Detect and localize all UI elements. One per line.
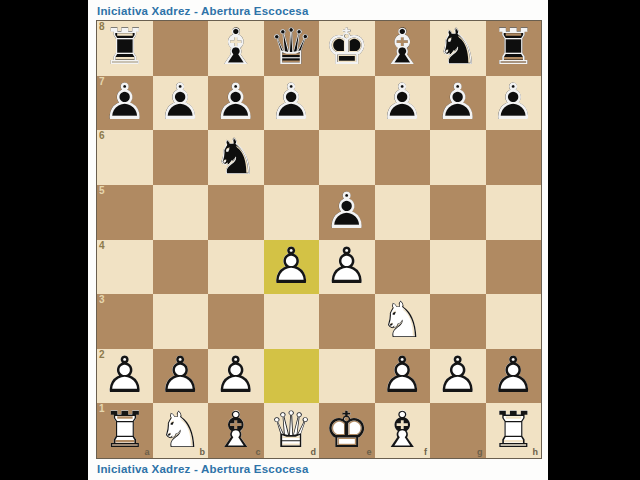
square-d3[interactable] xyxy=(264,294,320,349)
square-f1[interactable]: f♝♗ xyxy=(375,403,431,458)
square-h8[interactable]: ♜♖ xyxy=(486,21,542,76)
black-pawn: ♟♙ xyxy=(375,76,431,131)
square-e2[interactable] xyxy=(319,349,375,404)
square-h2[interactable]: ♟♙ xyxy=(486,349,542,404)
square-f6[interactable] xyxy=(375,130,431,185)
white-rook: ♜♖ xyxy=(97,403,153,458)
black-pawn: ♟♙ xyxy=(208,76,264,131)
square-c2[interactable]: ♟♙ xyxy=(208,349,264,404)
square-e4[interactable]: ♟♙ xyxy=(319,240,375,295)
square-c7[interactable]: ♟♙ xyxy=(208,76,264,131)
square-d1[interactable]: d♛♕ xyxy=(264,403,320,458)
square-g4[interactable] xyxy=(430,240,486,295)
page-title-bottom[interactable]: Iniciativa Xadrez - Abertura Escocesa xyxy=(88,459,548,478)
rank-label-4: 4 xyxy=(99,240,105,252)
square-a5[interactable]: 5 xyxy=(97,185,153,240)
square-c1[interactable]: c♝♗ xyxy=(208,403,264,458)
square-f3[interactable]: ♞♘ xyxy=(375,294,431,349)
black-bishop: ♝♗ xyxy=(208,21,264,76)
square-d5[interactable] xyxy=(264,185,320,240)
white-pawn: ♟♙ xyxy=(153,349,209,404)
square-a2[interactable]: 2♟♙ xyxy=(97,349,153,404)
square-g7[interactable]: ♟♙ xyxy=(430,76,486,131)
square-f7[interactable]: ♟♙ xyxy=(375,76,431,131)
square-g8[interactable]: ♞♘ xyxy=(430,21,486,76)
square-e8[interactable]: ♚♔ xyxy=(319,21,375,76)
square-e5[interactable]: ♟♙ xyxy=(319,185,375,240)
black-pawn: ♟♙ xyxy=(153,76,209,131)
square-c3[interactable] xyxy=(208,294,264,349)
square-h1[interactable]: h♜♖ xyxy=(486,403,542,458)
square-h5[interactable] xyxy=(486,185,542,240)
square-h6[interactable] xyxy=(486,130,542,185)
square-a7[interactable]: 7♟♙ xyxy=(97,76,153,131)
black-rook: ♜♖ xyxy=(486,21,542,76)
square-e7[interactable] xyxy=(319,76,375,131)
square-d7[interactable]: ♟♙ xyxy=(264,76,320,131)
square-d2[interactable] xyxy=(264,349,320,404)
square-e6[interactable] xyxy=(319,130,375,185)
square-d6[interactable] xyxy=(264,130,320,185)
square-b2[interactable]: ♟♙ xyxy=(153,349,209,404)
square-b7[interactable]: ♟♙ xyxy=(153,76,209,131)
black-knight: ♞♘ xyxy=(430,21,486,76)
rank-label-3: 3 xyxy=(99,294,105,306)
square-g5[interactable] xyxy=(430,185,486,240)
black-pawn: ♟♙ xyxy=(486,76,542,131)
white-bishop: ♝♗ xyxy=(208,403,264,458)
square-e3[interactable] xyxy=(319,294,375,349)
square-g1[interactable]: g xyxy=(430,403,486,458)
black-queen: ♛♕ xyxy=(264,21,320,76)
black-rook: ♜♖ xyxy=(97,21,153,76)
square-e1[interactable]: e♚♔ xyxy=(319,403,375,458)
square-b8[interactable] xyxy=(153,21,209,76)
black-pawn: ♟♙ xyxy=(97,76,153,131)
square-a1[interactable]: 1a♜♖ xyxy=(97,403,153,458)
square-a8[interactable]: 8♜♖ xyxy=(97,21,153,76)
square-d4[interactable]: ♟♙ xyxy=(264,240,320,295)
white-pawn: ♟♙ xyxy=(430,349,486,404)
square-h7[interactable]: ♟♙ xyxy=(486,76,542,131)
square-b4[interactable] xyxy=(153,240,209,295)
square-a4[interactable]: 4 xyxy=(97,240,153,295)
square-f5[interactable] xyxy=(375,185,431,240)
square-g3[interactable] xyxy=(430,294,486,349)
black-bishop: ♝♗ xyxy=(375,21,431,76)
white-queen: ♛♕ xyxy=(264,403,320,458)
white-pawn: ♟♙ xyxy=(208,349,264,404)
letterbox-left xyxy=(0,0,88,480)
square-c6[interactable]: ♞♘ xyxy=(208,130,264,185)
square-b1[interactable]: b♞♘ xyxy=(153,403,209,458)
square-d8[interactable]: ♛♕ xyxy=(264,21,320,76)
white-pawn: ♟♙ xyxy=(375,349,431,404)
square-b6[interactable] xyxy=(153,130,209,185)
black-pawn: ♟♙ xyxy=(264,76,320,131)
white-pawn: ♟♙ xyxy=(486,349,542,404)
square-a6[interactable]: 6 xyxy=(97,130,153,185)
black-pawn: ♟♙ xyxy=(430,76,486,131)
square-c5[interactable] xyxy=(208,185,264,240)
square-f2[interactable]: ♟♙ xyxy=(375,349,431,404)
white-bishop: ♝♗ xyxy=(375,403,431,458)
white-king: ♚♔ xyxy=(319,403,375,458)
black-knight: ♞♘ xyxy=(208,130,264,185)
white-rook: ♜♖ xyxy=(486,403,542,458)
letterbox-right xyxy=(548,0,640,480)
white-knight: ♞♘ xyxy=(153,403,209,458)
white-pawn: ♟♙ xyxy=(264,240,320,295)
rank-label-5: 5 xyxy=(99,185,105,197)
page-title-top[interactable]: Iniciativa Xadrez - Abertura Escocesa xyxy=(88,0,548,20)
square-g2[interactable]: ♟♙ xyxy=(430,349,486,404)
square-c8[interactable]: ♝♗ xyxy=(208,21,264,76)
white-pawn: ♟♙ xyxy=(97,349,153,404)
black-king: ♚♔ xyxy=(319,21,375,76)
square-h3[interactable] xyxy=(486,294,542,349)
white-pawn: ♟♙ xyxy=(319,240,375,295)
page-content: Iniciativa Xadrez - Abertura Escocesa 8♜… xyxy=(88,0,548,480)
chess-board: 8♜♖♝♗♛♕♚♔♝♗♞♘♜♖7♟♙♟♙♟♙♟♙♟♙♟♙♟♙6♞♘5♟♙4♟♙♟… xyxy=(96,20,542,459)
video-frame: Iniciativa Xadrez - Abertura Escocesa 8♜… xyxy=(0,0,640,480)
rank-label-6: 6 xyxy=(99,130,105,142)
black-pawn: ♟♙ xyxy=(319,185,375,240)
square-a3[interactable]: 3 xyxy=(97,294,153,349)
square-h4[interactable] xyxy=(486,240,542,295)
square-c4[interactable] xyxy=(208,240,264,295)
white-knight: ♞♘ xyxy=(375,294,431,349)
square-f8[interactable]: ♝♗ xyxy=(375,21,431,76)
square-b5[interactable] xyxy=(153,185,209,240)
square-f4[interactable] xyxy=(375,240,431,295)
square-g6[interactable] xyxy=(430,130,486,185)
file-label-g: g xyxy=(477,447,483,458)
square-b3[interactable] xyxy=(153,294,209,349)
